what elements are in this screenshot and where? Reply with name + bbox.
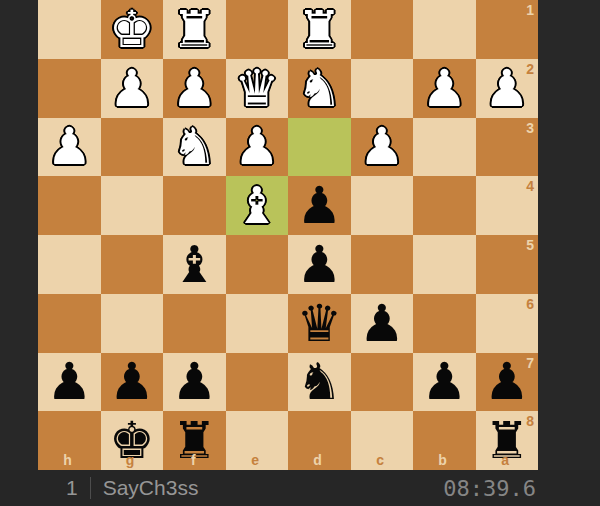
move-number: 1 xyxy=(66,476,78,500)
square-a7[interactable]: ♟7 xyxy=(476,353,539,412)
square-b2[interactable]: ♟ xyxy=(413,59,476,118)
square-g6[interactable] xyxy=(101,294,164,353)
square-b3[interactable] xyxy=(413,118,476,177)
square-c2[interactable] xyxy=(351,59,414,118)
square-f1[interactable]: ♜ xyxy=(163,0,226,59)
white-rook-f1[interactable]: ♜ xyxy=(163,0,226,59)
square-b7[interactable]: ♟ xyxy=(413,353,476,412)
square-g1[interactable]: ♚ xyxy=(101,0,164,59)
square-d2[interactable]: ♞ xyxy=(288,59,351,118)
square-c6[interactable]: ♟ xyxy=(351,294,414,353)
white-knight-f3[interactable]: ♞ xyxy=(163,118,226,177)
status-bar: 1 SayCh3ss 08:39.6 xyxy=(0,470,600,506)
square-h5[interactable] xyxy=(38,235,101,294)
divider xyxy=(90,477,91,499)
square-h4[interactable] xyxy=(38,176,101,235)
white-rook-d1[interactable]: ♜ xyxy=(288,0,351,59)
white-pawn-b2[interactable]: ♟ xyxy=(413,59,476,118)
rank-label-5: 5 xyxy=(526,238,534,252)
file-label-a: a xyxy=(501,453,509,467)
square-h8[interactable]: h xyxy=(38,411,101,470)
white-bishop-e4[interactable]: ♝ xyxy=(226,176,289,235)
square-h1[interactable] xyxy=(38,0,101,59)
square-b8[interactable]: b xyxy=(413,411,476,470)
square-b1[interactable] xyxy=(413,0,476,59)
square-h2[interactable] xyxy=(38,59,101,118)
black-queen-d6[interactable]: ♛ xyxy=(288,294,351,353)
white-pawn-c3[interactable]: ♟ xyxy=(351,118,414,177)
rank-label-4: 4 xyxy=(526,179,534,193)
square-e7[interactable] xyxy=(226,353,289,412)
black-pawn-c6[interactable]: ♟ xyxy=(351,294,414,353)
square-h3[interactable]: ♟ xyxy=(38,118,101,177)
square-a5[interactable]: 5 xyxy=(476,235,539,294)
black-pawn-g7[interactable]: ♟ xyxy=(101,353,164,412)
rank-label-7: 7 xyxy=(526,356,534,370)
square-g8[interactable]: ♚g xyxy=(101,411,164,470)
white-queen-e2[interactable]: ♛ xyxy=(226,59,289,118)
square-b5[interactable] xyxy=(413,235,476,294)
file-label-h: h xyxy=(63,453,72,467)
file-label-g: g xyxy=(126,453,135,467)
square-d3[interactable] xyxy=(288,118,351,177)
game-clock: 08:39.6 xyxy=(443,476,536,501)
square-a1[interactable]: 1 xyxy=(476,0,539,59)
file-label-e: e xyxy=(251,453,259,467)
square-a8[interactable]: ♜8a xyxy=(476,411,539,470)
square-e8[interactable]: e xyxy=(226,411,289,470)
square-f6[interactable] xyxy=(163,294,226,353)
white-pawn-e3[interactable]: ♟ xyxy=(226,118,289,177)
file-label-f: f xyxy=(191,453,196,467)
white-king-g1[interactable]: ♚ xyxy=(101,0,164,59)
square-c8[interactable]: c xyxy=(351,411,414,470)
black-pawn-h7[interactable]: ♟ xyxy=(38,353,101,412)
square-g2[interactable]: ♟ xyxy=(101,59,164,118)
square-e4[interactable]: ♝ xyxy=(226,176,289,235)
square-g7[interactable]: ♟ xyxy=(101,353,164,412)
square-d8[interactable]: d xyxy=(288,411,351,470)
square-d7[interactable]: ♞ xyxy=(288,353,351,412)
square-e3[interactable]: ♟ xyxy=(226,118,289,177)
white-pawn-h3[interactable]: ♟ xyxy=(38,118,101,177)
square-d5[interactable]: ♟ xyxy=(288,235,351,294)
square-c5[interactable] xyxy=(351,235,414,294)
square-c3[interactable]: ♟ xyxy=(351,118,414,177)
black-pawn-f7[interactable]: ♟ xyxy=(163,353,226,412)
rank-label-6: 6 xyxy=(526,297,534,311)
black-pawn-d4[interactable]: ♟ xyxy=(288,176,351,235)
square-e5[interactable] xyxy=(226,235,289,294)
file-label-b: b xyxy=(438,453,447,467)
square-d1[interactable]: ♜ xyxy=(288,0,351,59)
square-c7[interactable] xyxy=(351,353,414,412)
rank-label-1: 1 xyxy=(526,3,534,17)
white-pawn-g2[interactable]: ♟ xyxy=(101,59,164,118)
square-d6[interactable]: ♛ xyxy=(288,294,351,353)
square-g4[interactable] xyxy=(101,176,164,235)
square-a2[interactable]: ♟2 xyxy=(476,59,539,118)
square-a6[interactable]: 6 xyxy=(476,294,539,353)
square-e1[interactable] xyxy=(226,0,289,59)
black-bishop-f5[interactable]: ♝ xyxy=(163,235,226,294)
white-knight-d2[interactable]: ♞ xyxy=(288,59,351,118)
square-e2[interactable]: ♛ xyxy=(226,59,289,118)
square-c1[interactable] xyxy=(351,0,414,59)
square-e6[interactable] xyxy=(226,294,289,353)
file-label-c: c xyxy=(376,453,384,467)
square-c4[interactable] xyxy=(351,176,414,235)
square-g3[interactable] xyxy=(101,118,164,177)
square-a4[interactable]: 4 xyxy=(476,176,539,235)
black-pawn-d5[interactable]: ♟ xyxy=(288,235,351,294)
square-g5[interactable] xyxy=(101,235,164,294)
chess-board[interactable]: ♚♜♜1♟♟♛♞♟♟2♟♞♟♟3♝♟4♝♟5♛♟6♟♟♟♞♟♟7h♚g♜fedc… xyxy=(38,0,538,470)
square-f8[interactable]: ♜f xyxy=(163,411,226,470)
square-b6[interactable] xyxy=(413,294,476,353)
black-pawn-b7[interactable]: ♟ xyxy=(413,353,476,412)
square-f3[interactable]: ♞ xyxy=(163,118,226,177)
black-knight-d7[interactable]: ♞ xyxy=(288,353,351,412)
rank-label-3: 3 xyxy=(526,121,534,135)
square-a3[interactable]: 3 xyxy=(476,118,539,177)
rank-label-2: 2 xyxy=(526,62,534,76)
player-name: SayCh3ss xyxy=(103,476,199,500)
white-pawn-f2[interactable]: ♟ xyxy=(163,59,226,118)
square-f5[interactable]: ♝ xyxy=(163,235,226,294)
rank-label-8: 8 xyxy=(526,414,534,428)
file-label-d: d xyxy=(313,453,322,467)
square-f7[interactable]: ♟ xyxy=(163,353,226,412)
square-f2[interactable]: ♟ xyxy=(163,59,226,118)
square-f4[interactable] xyxy=(163,176,226,235)
square-h6[interactable] xyxy=(38,294,101,353)
square-b4[interactable] xyxy=(413,176,476,235)
square-h7[interactable]: ♟ xyxy=(38,353,101,412)
square-d4[interactable]: ♟ xyxy=(288,176,351,235)
